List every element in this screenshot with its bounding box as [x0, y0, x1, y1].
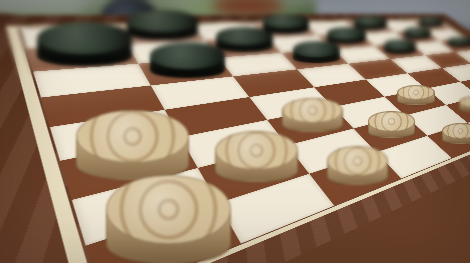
- checker-dark[interactable]: ⛀: [419, 17, 443, 27]
- checker-light[interactable]: ⛂: [397, 85, 435, 105]
- piece-top: [150, 42, 225, 69]
- piece-top: [368, 111, 415, 131]
- piece-top: [106, 175, 231, 245]
- checker-light[interactable]: ⛂: [76, 110, 189, 180]
- checker-light[interactable]: ⛂: [459, 96, 470, 112]
- piece-top: [215, 131, 298, 171]
- checker-dark[interactable]: ⛀: [404, 27, 432, 39]
- checker-light[interactable]: ⛂: [442, 123, 470, 144]
- checker-light[interactable]: ⛂: [282, 98, 343, 132]
- checker-dark[interactable]: ⛀: [37, 22, 132, 66]
- checker-light[interactable]: ⛂: [368, 111, 415, 138]
- checker-dark[interactable]: ⛀: [448, 37, 470, 48]
- checker-dark[interactable]: ⛀: [293, 41, 340, 63]
- checker-dark[interactable]: ⛀: [127, 10, 198, 41]
- piece-top: [327, 146, 389, 176]
- checker-dark[interactable]: ⛀: [384, 39, 416, 54]
- piece-top: [37, 22, 132, 54]
- checker-dark[interactable]: ⛀: [150, 42, 225, 78]
- checkers-photo: ⛀⛀⛀⛀⛀⛀⛀⛀⛀⛀⛀⛀⛂⛂⛂⛂⛂⛂⛂⛂⛂⛂⛂⛂: [0, 0, 470, 263]
- checker-light[interactable]: ⛂: [327, 146, 389, 185]
- piece-top: [127, 10, 198, 32]
- checker-light[interactable]: ⛂: [106, 175, 231, 263]
- piece-top: [282, 98, 343, 124]
